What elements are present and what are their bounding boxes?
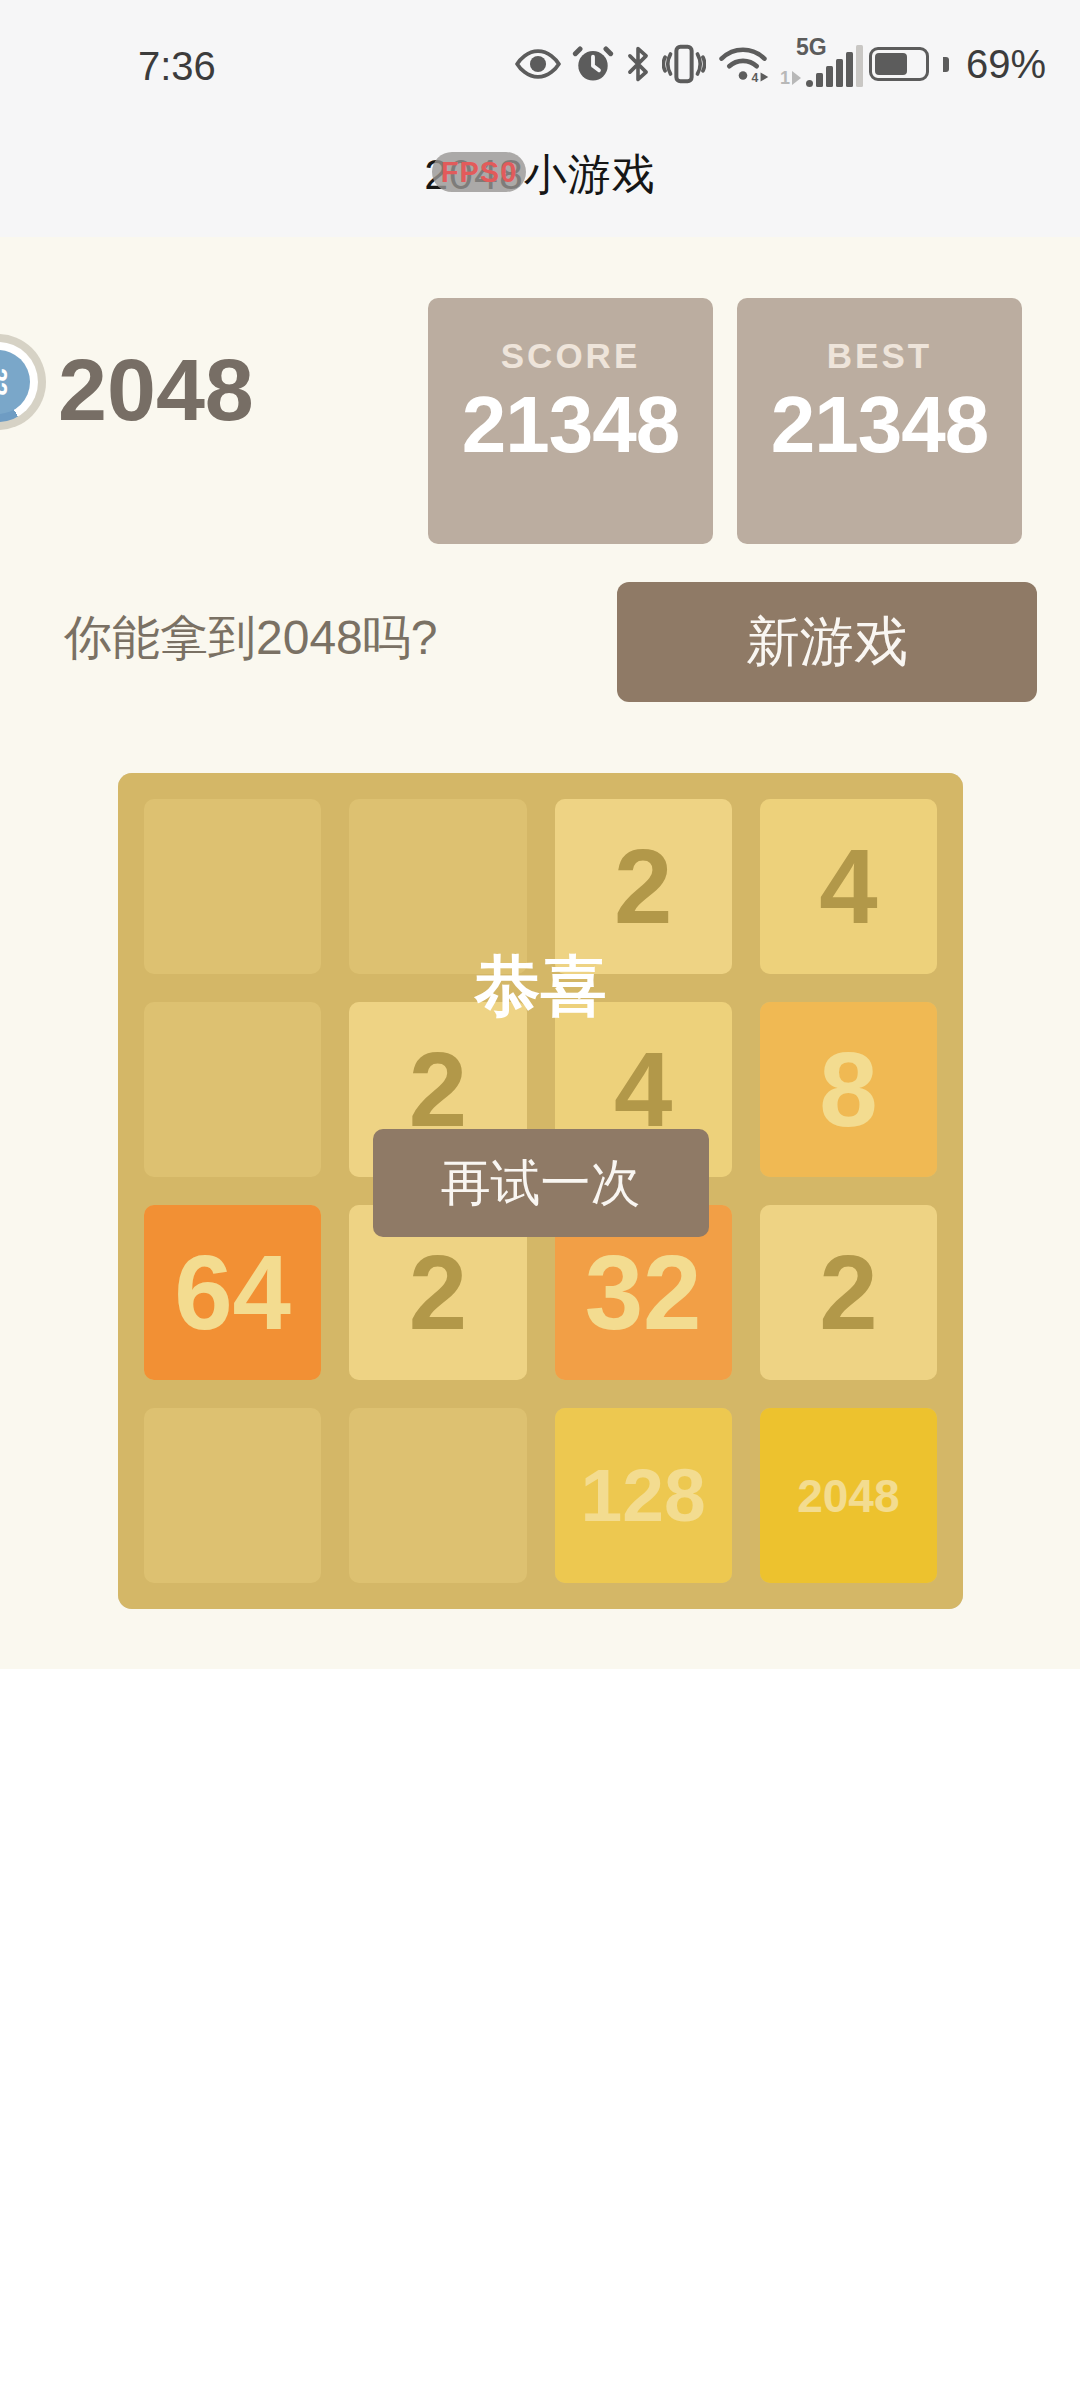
battery-icon <box>869 47 929 81</box>
floating-widget-value: 22 <box>0 350 30 414</box>
board[interactable]: 242486423221282048 恭喜 再试一次 <box>118 773 963 1609</box>
top-bar: 7:36 <box>0 0 1080 237</box>
status-time: 7:36 <box>138 40 216 92</box>
score-box: SCORE 21348 <box>428 298 713 544</box>
best-label: BEST <box>827 338 932 373</box>
cellular-signal-icon: 5G 1 <box>780 37 858 91</box>
fps-badge-text: FPS0 <box>441 156 518 189</box>
sim2-signal-icon: 1 <box>780 69 801 87</box>
question-text: 你能拿到2048吗? <box>64 610 437 666</box>
eye-comfort-icon <box>515 48 561 80</box>
status-icons: 4 5G 1 69% <box>515 36 1046 92</box>
best-value: 21348 <box>771 385 988 465</box>
win-message: 恭喜 <box>118 949 963 1025</box>
bottom-blank-area <box>0 1669 1080 2400</box>
best-box: BEST 21348 <box>737 298 1022 544</box>
screen: 7:36 <box>0 0 1080 2400</box>
battery-percent: 69% <box>966 42 1046 87</box>
score-value: 21348 <box>462 385 679 465</box>
alarm-icon <box>572 43 614 85</box>
battery-tip <box>943 57 949 72</box>
win-overlay: 恭喜 再试一次 <box>118 773 963 1609</box>
bluetooth-icon <box>625 44 651 84</box>
floating-widget-ring: 22 <box>0 342 38 422</box>
new-game-button[interactable]: 新游戏 <box>617 582 1037 702</box>
wifi-icon: 4 <box>717 44 769 84</box>
page-title: 2048小游戏 <box>0 146 1080 204</box>
battery-fill <box>875 53 907 75</box>
retry-button[interactable]: 再试一次 <box>373 1129 709 1237</box>
fps-badge: FPS0 <box>432 152 526 192</box>
score-label: SCORE <box>501 338 640 373</box>
vibrate-icon <box>662 44 706 84</box>
svg-text:4: 4 <box>751 71 758 84</box>
game-logo: 2048 <box>58 346 254 434</box>
